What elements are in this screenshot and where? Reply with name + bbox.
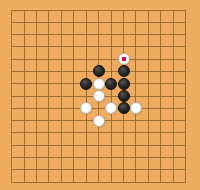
white-stone xyxy=(93,115,105,127)
grid-line-vertical xyxy=(24,10,25,183)
black-stone xyxy=(80,78,92,90)
grid-line-vertical xyxy=(135,10,136,183)
black-stone xyxy=(118,65,130,77)
white-stone xyxy=(80,102,92,114)
grid-line-horizontal xyxy=(12,22,187,23)
black-stone xyxy=(118,102,130,114)
grid-line-vertical xyxy=(11,10,12,183)
grid-line-vertical xyxy=(48,10,49,183)
grid-line-horizontal xyxy=(12,145,187,146)
white-stone xyxy=(93,78,105,90)
grid-line-horizontal xyxy=(12,10,187,11)
grid-line-horizontal xyxy=(12,46,187,47)
grid-line-vertical xyxy=(86,10,87,183)
grid-line-vertical xyxy=(160,10,161,183)
white-stone xyxy=(130,102,142,114)
grid-line-vertical xyxy=(61,10,62,183)
black-stone xyxy=(118,90,130,102)
grid-line-horizontal xyxy=(12,108,187,109)
grid-line-vertical xyxy=(185,10,186,183)
grid-line-horizontal xyxy=(12,182,187,183)
grid-line-horizontal xyxy=(12,157,187,158)
grid-line-horizontal xyxy=(12,132,187,133)
grid-line-vertical xyxy=(111,10,112,183)
grid-line-horizontal xyxy=(12,169,187,170)
grid-line-vertical xyxy=(173,10,174,183)
white-stone xyxy=(105,102,117,114)
grid-line-horizontal xyxy=(12,59,187,60)
game-screenshot xyxy=(0,0,200,190)
grid-line-vertical xyxy=(73,10,74,183)
black-stone xyxy=(105,78,117,90)
white-stone xyxy=(93,90,105,102)
last-move-marker xyxy=(122,57,126,61)
black-stone xyxy=(93,65,105,77)
grid-line-horizontal xyxy=(12,34,187,35)
gomoku-board[interactable] xyxy=(0,0,200,190)
grid-line-vertical xyxy=(36,10,37,183)
grid-line-vertical xyxy=(148,10,149,183)
black-stone xyxy=(118,78,130,90)
